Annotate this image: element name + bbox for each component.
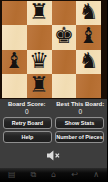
square-r1c1[interactable] — [2, 1, 27, 25]
speaker-muted-icon[interactable] — [47, 147, 61, 165]
black-bishop[interactable]: ♝ — [79, 25, 99, 47]
square-r4c4[interactable] — [76, 74, 101, 98]
black-rook[interactable]: ♜ — [29, 1, 49, 23]
app-screen: ♜♞♚♝♝♛♞♜ Board Score: 0 Best This Board:… — [0, 0, 107, 182]
board-score-label: Board Score: — [0, 101, 54, 108]
square-r2c1[interactable] — [2, 25, 27, 49]
back-icon[interactable]: ↩ — [71, 171, 78, 179]
black-bishop[interactable]: ♝ — [5, 50, 25, 72]
square-r1c3[interactable] — [52, 1, 77, 25]
best-this-board-value: 0 — [54, 108, 108, 115]
collapse-icon[interactable]: ∧ — [93, 171, 99, 179]
chess-board-frame: ♜♞♚♝♝♛♞♜ — [0, 0, 107, 99]
best-this-board: Best This Board: 0 — [54, 101, 108, 115]
scoreboard: Board Score: 0 Best This Board: 0 — [0, 99, 107, 115]
android-nav-bar: ▤⧉⌂↩∧ — [0, 168, 107, 182]
black-knight[interactable]: ♞ — [79, 1, 99, 23]
square-r2c3[interactable]: ♚ — [52, 25, 77, 49]
best-this-board-label: Best This Board: — [54, 101, 108, 108]
menu-icon[interactable]: ▤ — [8, 171, 16, 179]
black-rook[interactable]: ♜ — [29, 74, 49, 96]
board-score: Board Score: 0 — [0, 101, 54, 115]
number-of-pieces-button[interactable]: Number of Pieces — [55, 131, 104, 143]
square-r3c3[interactable] — [52, 50, 77, 74]
show-stats-button[interactable]: Show Stats — [55, 117, 104, 129]
square-r2c2[interactable] — [27, 25, 52, 49]
square-r1c4[interactable]: ♞ — [76, 1, 101, 25]
home-icon[interactable]: ⌂ — [51, 171, 56, 179]
square-r3c1[interactable]: ♝ — [2, 50, 27, 74]
square-r4c3[interactable] — [52, 74, 77, 98]
control-panel: Board Score: 0 Best This Board: 0 Retry … — [0, 99, 107, 168]
square-r4c1[interactable] — [2, 74, 27, 98]
black-knight[interactable]: ♞ — [79, 50, 99, 72]
black-king[interactable]: ♚ — [54, 25, 74, 47]
square-r1c2[interactable]: ♜ — [27, 1, 52, 25]
square-r4c2[interactable]: ♜ — [27, 74, 52, 98]
chess-board[interactable]: ♜♞♚♝♝♛♞♜ — [2, 1, 101, 98]
black-queen[interactable]: ♛ — [29, 50, 49, 72]
square-r2c4[interactable]: ♝ — [76, 25, 101, 49]
square-r3c4[interactable]: ♞ — [76, 50, 101, 74]
board-score-value: 0 — [0, 108, 54, 115]
help-button[interactable]: Help — [3, 131, 52, 143]
retry-board-button[interactable]: Retry Board — [3, 117, 52, 129]
button-grid: Retry Board Show Stats Help Number of Pi… — [0, 115, 107, 143]
recents-icon[interactable]: ⧉ — [31, 171, 37, 179]
square-r3c2[interactable]: ♛ — [27, 50, 52, 74]
